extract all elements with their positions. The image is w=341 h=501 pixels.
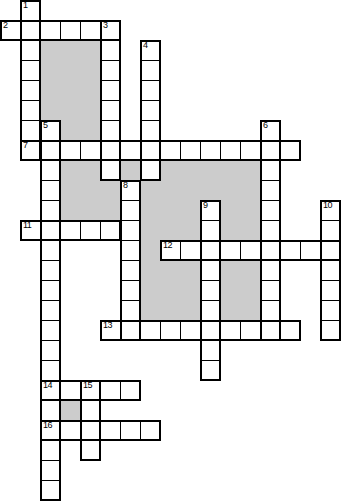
letter-cell[interactable]	[120, 300, 141, 321]
blocked-cell	[140, 240, 161, 261]
letter-cell[interactable]	[60, 140, 81, 161]
letter-cell[interactable]	[100, 40, 121, 61]
letter-cell[interactable]	[40, 300, 61, 321]
letter-cell[interactable]	[120, 420, 141, 441]
letter-cell[interactable]	[80, 140, 101, 161]
letter-cell[interactable]	[160, 320, 181, 341]
blocked-cell	[180, 180, 201, 201]
blocked-cell	[60, 40, 81, 61]
blocked-cell	[100, 200, 121, 221]
letter-cell[interactable]	[100, 120, 121, 141]
letter-cell[interactable]	[200, 360, 221, 381]
letter-cell[interactable]	[120, 240, 141, 261]
blocked-cell	[180, 280, 201, 301]
blocked-cell	[80, 40, 101, 61]
letter-cell[interactable]	[80, 380, 101, 401]
letter-cell[interactable]	[140, 60, 161, 81]
letter-cell[interactable]	[100, 100, 121, 121]
letter-cell[interactable]	[120, 140, 141, 161]
letter-cell[interactable]	[280, 140, 301, 161]
letter-cell[interactable]	[40, 400, 61, 421]
blocked-cell	[240, 200, 261, 221]
blocked-cell	[160, 260, 181, 281]
letter-cell[interactable]	[40, 440, 61, 461]
letter-cell[interactable]	[260, 200, 281, 221]
blocked-cell	[220, 160, 241, 181]
letter-cell[interactable]	[140, 160, 161, 181]
letter-cell[interactable]	[40, 200, 61, 221]
letter-cell[interactable]	[80, 400, 101, 421]
letter-cell[interactable]	[40, 20, 61, 41]
letter-cell[interactable]	[260, 140, 281, 161]
blocked-cell	[220, 280, 241, 301]
blocked-cell	[160, 200, 181, 221]
letter-cell[interactable]	[200, 140, 221, 161]
letter-cell[interactable]	[20, 60, 41, 81]
letter-cell[interactable]	[60, 220, 81, 241]
letter-cell[interactable]	[40, 360, 61, 381]
letter-cell[interactable]	[220, 140, 241, 161]
blocked-cell	[80, 120, 101, 141]
letter-cell[interactable]	[20, 20, 41, 41]
letter-cell[interactable]	[100, 380, 121, 401]
blocked-cell	[240, 260, 261, 281]
letter-cell[interactable]	[20, 0, 41, 21]
letter-cell[interactable]	[240, 240, 261, 261]
letter-cell[interactable]	[40, 460, 61, 481]
blocked-cell	[240, 180, 261, 201]
letter-cell[interactable]	[200, 280, 221, 301]
letter-cell[interactable]	[60, 20, 81, 41]
letter-cell[interactable]	[20, 40, 41, 61]
blocked-cell	[240, 160, 261, 181]
letter-cell[interactable]	[20, 80, 41, 101]
letter-cell[interactable]	[200, 260, 221, 281]
blocked-cell	[120, 160, 141, 181]
letter-cell[interactable]	[120, 280, 141, 301]
blocked-cell	[40, 100, 61, 121]
letter-cell[interactable]	[100, 60, 121, 81]
blocked-cell	[80, 80, 101, 101]
blocked-cell	[60, 60, 81, 81]
letter-cell[interactable]	[160, 240, 181, 261]
blocked-cell	[180, 300, 201, 321]
blocked-cell	[140, 260, 161, 281]
letter-cell[interactable]	[140, 100, 161, 121]
letter-cell[interactable]	[100, 160, 121, 181]
letter-cell[interactable]	[140, 40, 161, 61]
letter-cell[interactable]	[20, 120, 41, 141]
blocked-cell	[80, 200, 101, 221]
letter-cell[interactable]	[40, 420, 61, 441]
letter-cell[interactable]	[40, 380, 61, 401]
letter-cell[interactable]	[220, 320, 241, 341]
letter-cell[interactable]	[260, 320, 281, 341]
blocked-cell	[200, 180, 221, 201]
letter-cell[interactable]	[120, 380, 141, 401]
letter-cell[interactable]	[40, 160, 61, 181]
letter-cell[interactable]	[120, 180, 141, 201]
letter-cell[interactable]	[200, 240, 221, 261]
letter-cell[interactable]	[260, 300, 281, 321]
letter-cell[interactable]	[60, 420, 81, 441]
letter-cell[interactable]	[140, 140, 161, 161]
letter-cell[interactable]	[100, 140, 121, 161]
letter-cell[interactable]	[140, 420, 161, 441]
letter-cell[interactable]	[300, 240, 321, 261]
blocked-cell	[180, 220, 201, 241]
letter-cell[interactable]	[60, 380, 81, 401]
blocked-cell	[60, 200, 81, 221]
letter-cell[interactable]	[320, 220, 341, 241]
letter-cell[interactable]	[20, 140, 41, 161]
letter-cell[interactable]	[100, 20, 121, 41]
letter-cell[interactable]	[40, 340, 61, 361]
letter-cell[interactable]	[40, 280, 61, 301]
letter-cell[interactable]	[40, 240, 61, 261]
blocked-cell	[60, 120, 81, 141]
letter-cell[interactable]	[240, 140, 261, 161]
blocked-cell	[80, 160, 101, 181]
letter-cell[interactable]	[320, 240, 341, 261]
letter-cell[interactable]	[120, 320, 141, 341]
letter-cell[interactable]	[40, 140, 61, 161]
letter-cell[interactable]	[80, 420, 101, 441]
letter-cell[interactable]	[20, 100, 41, 121]
letter-cell[interactable]	[320, 280, 341, 301]
blocked-cell	[80, 60, 101, 81]
letter-cell[interactable]	[40, 260, 61, 281]
letter-cell[interactable]	[0, 20, 21, 41]
letter-cell[interactable]	[200, 340, 221, 361]
blocked-cell	[80, 180, 101, 201]
crossword-board: 12345678910111213141516	[0, 0, 341, 501]
blocked-cell	[180, 200, 201, 221]
blocked-cell	[240, 300, 261, 321]
blocked-cell	[220, 300, 241, 321]
letter-cell[interactable]	[40, 220, 61, 241]
letter-cell[interactable]	[100, 80, 121, 101]
letter-cell[interactable]	[260, 240, 281, 261]
blocked-cell	[160, 160, 181, 181]
letter-cell[interactable]	[280, 240, 301, 261]
letter-cell[interactable]	[320, 300, 341, 321]
blocked-cell	[220, 220, 241, 241]
blocked-cell	[240, 280, 261, 301]
letter-cell[interactable]	[260, 260, 281, 281]
letter-cell[interactable]	[180, 240, 201, 261]
blocked-cell	[240, 220, 261, 241]
letter-cell[interactable]	[220, 240, 241, 261]
letter-cell[interactable]	[120, 200, 141, 221]
blocked-cell	[160, 220, 181, 241]
blocked-cell	[200, 160, 221, 181]
letter-cell[interactable]	[280, 320, 301, 341]
letter-cell[interactable]	[180, 140, 201, 161]
blocked-cell	[80, 100, 101, 121]
letter-cell[interactable]	[100, 420, 121, 441]
letter-cell[interactable]	[40, 480, 61, 501]
blocked-cell	[140, 300, 161, 321]
letter-cell[interactable]	[160, 140, 181, 161]
blocked-cell	[220, 260, 241, 281]
blocked-cell	[140, 280, 161, 301]
blocked-cell	[180, 260, 201, 281]
blocked-cell	[100, 180, 121, 201]
blocked-cell	[60, 400, 81, 421]
blocked-cell	[160, 300, 181, 321]
letter-cell[interactable]	[40, 120, 61, 141]
letter-cell[interactable]	[260, 160, 281, 181]
letter-cell[interactable]	[200, 220, 221, 241]
blocked-cell	[40, 80, 61, 101]
letter-cell[interactable]	[80, 440, 101, 461]
letter-cell[interactable]	[80, 20, 101, 41]
letter-cell[interactable]	[100, 320, 121, 341]
blocked-cell	[160, 280, 181, 301]
letter-cell[interactable]	[260, 220, 281, 241]
letter-cell[interactable]	[180, 320, 201, 341]
letter-cell[interactable]	[260, 280, 281, 301]
letter-cell[interactable]	[100, 220, 121, 241]
letter-cell[interactable]	[80, 220, 101, 241]
letter-cell[interactable]	[260, 120, 281, 141]
blocked-cell	[40, 40, 61, 61]
letter-cell[interactable]	[260, 180, 281, 201]
letter-cell[interactable]	[320, 200, 341, 221]
letter-cell[interactable]	[200, 200, 221, 221]
blocked-cell	[40, 60, 61, 81]
blocked-cell	[60, 180, 81, 201]
letter-cell[interactable]	[20, 220, 41, 241]
letter-cell[interactable]	[200, 320, 221, 341]
blocked-cell	[220, 180, 241, 201]
blocked-cell	[60, 80, 81, 101]
blocked-cell	[140, 200, 161, 221]
letter-cell[interactable]	[40, 320, 61, 341]
blocked-cell	[140, 180, 161, 201]
letter-cell[interactable]	[320, 260, 341, 281]
letter-cell[interactable]	[200, 300, 221, 321]
blocked-cell	[140, 220, 161, 241]
letter-cell[interactable]	[240, 320, 261, 341]
blocked-cell	[180, 160, 201, 181]
blocked-cell	[60, 160, 81, 181]
blocked-cell	[160, 180, 181, 201]
blocked-cell	[60, 100, 81, 121]
letter-cell[interactable]	[120, 220, 141, 241]
letter-cell[interactable]	[120, 260, 141, 281]
blocked-cell	[220, 200, 241, 221]
letter-cell[interactable]	[140, 120, 161, 141]
letter-cell[interactable]	[140, 320, 161, 341]
letter-cell[interactable]	[320, 320, 341, 341]
letter-cell[interactable]	[140, 80, 161, 101]
letter-cell[interactable]	[40, 180, 61, 201]
